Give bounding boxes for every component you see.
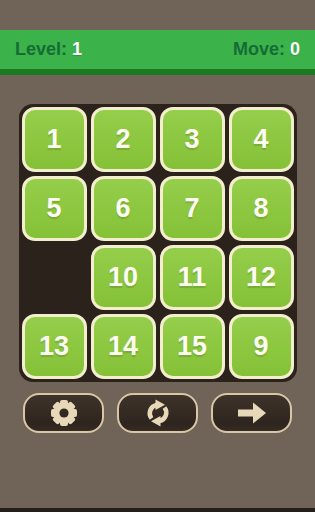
tile-5[interactable]: 5 <box>22 176 87 241</box>
move-value: 0 <box>290 39 300 60</box>
tile-14[interactable]: 14 <box>91 314 156 379</box>
tile-13[interactable]: 13 <box>22 314 87 379</box>
arrow-right-icon <box>235 397 269 429</box>
status-bar: Level: 1 Move: 0 <box>0 30 315 75</box>
gear-icon <box>48 397 80 429</box>
tile-4[interactable]: 4 <box>229 107 294 172</box>
move-indicator: Move: 0 <box>233 39 300 60</box>
empty-cell <box>22 245 87 310</box>
tile-7[interactable]: 7 <box>160 176 225 241</box>
level-label: Level: <box>15 39 67 60</box>
tile-15[interactable]: 15 <box>160 314 225 379</box>
settings-button[interactable] <box>23 393 104 433</box>
tile-11[interactable]: 11 <box>160 245 225 310</box>
tile-3[interactable]: 3 <box>160 107 225 172</box>
move-label: Move: <box>233 39 285 60</box>
tile-9[interactable]: 9 <box>229 314 294 379</box>
tile-2[interactable]: 2 <box>91 107 156 172</box>
refresh-icon <box>142 397 174 429</box>
tile-8[interactable]: 8 <box>229 176 294 241</box>
tile-6[interactable]: 6 <box>91 176 156 241</box>
tile-1[interactable]: 1 <box>22 107 87 172</box>
tile-12[interactable]: 12 <box>229 245 294 310</box>
puzzle-board: 123456781011121314159 <box>19 104 297 382</box>
tile-10[interactable]: 10 <box>91 245 156 310</box>
level-indicator: Level: 1 <box>15 39 82 60</box>
level-value: 1 <box>72 39 82 60</box>
toolbar <box>0 393 315 433</box>
bottom-nav-strip <box>0 508 315 512</box>
next-button[interactable] <box>211 393 292 433</box>
restart-button[interactable] <box>117 393 198 433</box>
